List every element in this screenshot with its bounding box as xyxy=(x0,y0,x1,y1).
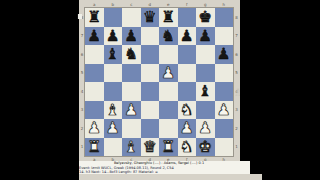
square-f5 xyxy=(178,64,197,83)
square-e3 xyxy=(159,101,178,120)
black-knight-c6: ♞ xyxy=(124,45,138,64)
black-bishop-g4: ♝ xyxy=(198,82,212,101)
square-e8: ♜ xyxy=(159,8,178,27)
rank-label-right-5: 5 xyxy=(234,64,239,83)
video-frame: abcdefgh 87654321 ♜♛♜♚♟♟♟♞♟♟♝♞♟♟♝♝♟♞♟♟♟♟… xyxy=(0,0,320,180)
square-c7: ♟ xyxy=(122,27,141,46)
square-g6 xyxy=(196,45,215,64)
black-pawn-c7: ♟ xyxy=(124,27,138,46)
rank-label-right-1: 1 xyxy=(234,138,239,157)
white-king-g1: ♚ xyxy=(198,138,212,157)
square-g4: ♝ xyxy=(196,82,215,101)
black-pawn-g7: ♟ xyxy=(198,27,212,46)
white-rook-a1: ♜ xyxy=(87,138,101,157)
square-c4 xyxy=(122,82,141,101)
square-d8: ♛ xyxy=(141,8,160,27)
white-pawn-b2: ♟ xyxy=(106,119,120,138)
file-label-top-a: a xyxy=(85,1,104,7)
square-f6 xyxy=(178,45,197,64)
square-h4 xyxy=(215,82,234,101)
rank-label-right-3: 3 xyxy=(234,101,239,120)
file-label-top-d: d xyxy=(141,1,160,7)
black-queen-d8: ♛ xyxy=(143,8,157,27)
black-rook-a8: ♜ xyxy=(87,8,101,27)
square-b8 xyxy=(104,8,123,27)
black-bishop-b6: ♝ xyxy=(106,45,120,64)
square-g2: ♟ xyxy=(196,119,215,138)
rank-label-left-2: 2 xyxy=(80,119,85,138)
square-c8 xyxy=(122,8,141,27)
game-caption: Belyavsky, Gheorghiu (....) - Adams, Ser… xyxy=(79,161,250,174)
square-a5 xyxy=(85,64,104,83)
square-a8: ♜ xyxy=(85,8,104,27)
square-c6: ♞ xyxy=(122,45,141,64)
square-d6 xyxy=(141,45,160,64)
square-d5 xyxy=(141,64,160,83)
square-c5 xyxy=(122,64,141,83)
square-e4 xyxy=(159,82,178,101)
white-pawn-e5: ♟ xyxy=(161,64,175,83)
rank-label-left-3: 3 xyxy=(80,101,85,120)
square-f1: ♞ xyxy=(178,138,197,157)
square-f2: ♟ xyxy=(178,119,197,138)
square-d7 xyxy=(141,27,160,46)
square-d1: ♛ xyxy=(141,138,160,157)
square-a2: ♟ xyxy=(85,119,104,138)
square-e7: ♞ xyxy=(159,27,178,46)
black-rook-e8: ♜ xyxy=(161,8,175,27)
white-bishop-b3: ♝ xyxy=(106,101,120,120)
square-a4 xyxy=(85,82,104,101)
white-pawn-h3: ♟ xyxy=(217,101,231,120)
black-king-g8: ♚ xyxy=(198,8,212,27)
white-pawn-c3: ♟ xyxy=(124,101,138,120)
square-c3: ♟ xyxy=(122,101,141,120)
square-h2 xyxy=(215,119,234,138)
square-f4 xyxy=(178,82,197,101)
square-b5 xyxy=(104,64,123,83)
file-label-top-h: h xyxy=(215,1,234,7)
white-knight-f1: ♞ xyxy=(180,138,194,157)
square-a6 xyxy=(85,45,104,64)
square-c1: ♝ xyxy=(122,138,141,157)
file-label-top-b: b xyxy=(104,1,123,7)
left-edge-artifact xyxy=(77,14,82,19)
white-pawn-f2: ♟ xyxy=(180,119,194,138)
black-knight-e7: ♞ xyxy=(161,27,175,46)
bottom-strip xyxy=(79,174,262,180)
file-label-top-e: e xyxy=(159,1,178,7)
rank-label-left-5: 5 xyxy=(80,64,85,83)
file-label-top-c: c xyxy=(122,1,141,7)
square-d4 xyxy=(141,82,160,101)
square-g7: ♟ xyxy=(196,27,215,46)
square-a1: ♜ xyxy=(85,138,104,157)
white-pawn-g2: ♟ xyxy=(198,119,212,138)
file-label-top-f: f xyxy=(178,1,197,7)
square-h3: ♟ xyxy=(215,101,234,120)
rank-labels-right: 87654321 xyxy=(234,8,239,156)
square-h8 xyxy=(215,8,234,27)
white-rook-e1: ♜ xyxy=(161,138,175,157)
rank-label-right-8: 8 xyxy=(234,8,239,27)
white-queen-d1: ♛ xyxy=(143,138,157,157)
black-pawn-a7: ♟ xyxy=(87,27,101,46)
rank-label-right-2: 2 xyxy=(234,119,239,138)
square-f8 xyxy=(178,8,197,27)
square-b1 xyxy=(104,138,123,157)
square-a3 xyxy=(85,101,104,120)
square-b6: ♝ xyxy=(104,45,123,64)
rank-label-left-6: 6 xyxy=(80,45,85,64)
chess-board: ♜♛♜♚♟♟♟♞♟♟♝♞♟♟♝♝♟♞♟♟♟♟♟♜♝♛♜♞♚ xyxy=(85,8,233,156)
white-knight-f3: ♞ xyxy=(180,101,194,120)
square-g8: ♚ xyxy=(196,8,215,27)
file-label-top-g: g xyxy=(196,1,215,7)
square-g3 xyxy=(196,101,215,120)
square-h6: ♟ xyxy=(215,45,234,64)
clipped-bishop-icon: ♗ xyxy=(233,86,240,102)
rank-label-left-1: 1 xyxy=(80,138,85,157)
square-e1: ♜ xyxy=(159,138,178,157)
square-d2 xyxy=(141,119,160,138)
black-pawn-h6: ♟ xyxy=(217,45,231,64)
square-g1: ♚ xyxy=(196,138,215,157)
square-b2: ♟ xyxy=(104,119,123,138)
square-b7: ♟ xyxy=(104,27,123,46)
square-h1 xyxy=(215,138,234,157)
white-pawn-a2: ♟ xyxy=(87,119,101,138)
square-h7 xyxy=(215,27,234,46)
square-f7: ♟ xyxy=(178,27,197,46)
square-e2 xyxy=(159,119,178,138)
square-d3 xyxy=(141,101,160,120)
square-c2 xyxy=(122,119,141,138)
white-bishop-c1: ♝ xyxy=(124,138,138,157)
rank-label-left-7: 7 xyxy=(80,27,85,46)
rank-label-left-4: 4 xyxy=(80,82,85,101)
rank-labels-left: 87654321 xyxy=(80,8,85,156)
square-a7: ♟ xyxy=(85,27,104,46)
file-labels-top: abcdefgh xyxy=(85,1,233,7)
rank-label-right-7: 7 xyxy=(234,27,239,46)
black-pawn-f7: ♟ xyxy=(180,27,194,46)
square-b3: ♝ xyxy=(104,101,123,120)
square-e5: ♟ xyxy=(159,64,178,83)
square-f3: ♞ xyxy=(178,101,197,120)
square-h5 xyxy=(215,64,234,83)
rank-label-right-6: 6 xyxy=(234,45,239,64)
square-e6 xyxy=(159,45,178,64)
black-pawn-b7: ♟ xyxy=(106,27,120,46)
square-g5 xyxy=(196,64,215,83)
square-b4 xyxy=(104,82,123,101)
